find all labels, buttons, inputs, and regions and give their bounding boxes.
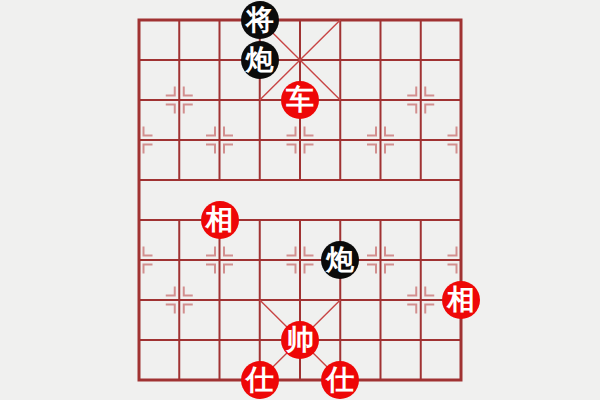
xiangqi-board: 将炮车相炮相帅仕仕 [0,0,600,400]
pieces-layer: 将炮车相炮相帅仕仕 [0,0,600,400]
piece-red-advisor-2[interactable]: 仕 [321,361,359,399]
piece-red-advisor-1[interactable]: 仕 [241,361,279,399]
piece-red-elephant-2[interactable]: 相 [442,281,480,319]
piece-black-cannon-1[interactable]: 炮 [241,41,279,79]
piece-black-cannon-2[interactable]: 炮 [321,241,359,279]
piece-red-chariot[interactable]: 车 [281,81,319,119]
piece-red-elephant-1[interactable]: 相 [201,201,239,239]
piece-black-general[interactable]: 将 [241,1,279,39]
piece-red-general[interactable]: 帅 [281,321,319,359]
